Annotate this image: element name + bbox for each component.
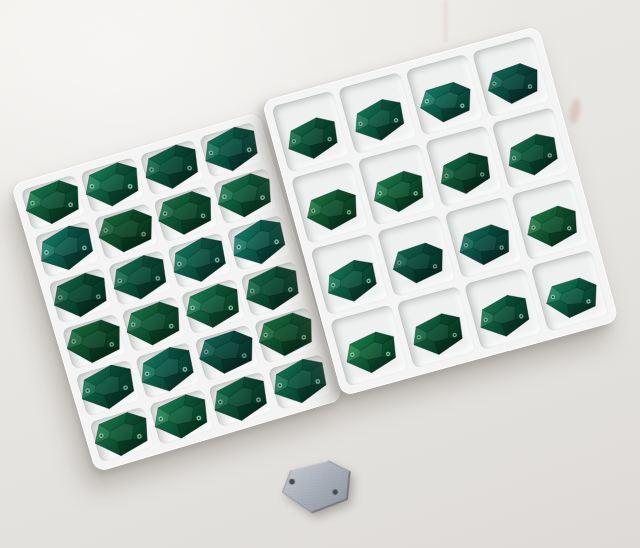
green-rhinestone bbox=[279, 108, 347, 171]
tray-cell bbox=[140, 139, 206, 195]
green-rhinestone bbox=[541, 271, 603, 326]
green-rhinestone bbox=[345, 89, 414, 153]
green-rhinestone bbox=[387, 236, 450, 292]
tray-cell bbox=[405, 54, 484, 136]
green-rhinestone bbox=[471, 285, 540, 349]
tray-cell bbox=[530, 250, 609, 332]
tray-cell bbox=[310, 233, 389, 315]
green-rhinestone bbox=[317, 250, 387, 315]
background-smudge bbox=[568, 97, 582, 124]
photo-background bbox=[0, 0, 640, 548]
green-rhinestone bbox=[338, 323, 405, 384]
tray-cell bbox=[291, 162, 370, 244]
tray-cell bbox=[444, 196, 523, 278]
tray-cell bbox=[358, 143, 437, 225]
tray-cell bbox=[377, 215, 456, 297]
tray-cell bbox=[397, 286, 476, 368]
tray-cell bbox=[271, 90, 350, 172]
silver-back-rhinestone bbox=[278, 455, 357, 519]
green-rhinestone bbox=[300, 181, 365, 240]
green-rhinestone bbox=[416, 75, 478, 130]
background-streak bbox=[444, 0, 447, 42]
tray-cell bbox=[491, 107, 570, 189]
tray-assembly bbox=[11, 29, 622, 472]
tray-cell bbox=[89, 406, 155, 462]
tray-cell bbox=[330, 304, 409, 386]
tray-cell bbox=[472, 35, 551, 117]
tray-cell bbox=[208, 371, 274, 427]
tray-cell bbox=[511, 178, 590, 260]
tray-cell bbox=[80, 157, 146, 213]
green-rhinestone bbox=[499, 124, 568, 188]
green-rhinestone bbox=[453, 217, 517, 275]
green-rhinestone bbox=[94, 205, 160, 258]
green-rhinestone bbox=[520, 197, 586, 257]
tray-cell bbox=[76, 360, 142, 416]
tray-cell bbox=[463, 268, 542, 350]
tray-cell bbox=[338, 72, 417, 154]
tray-cell bbox=[108, 250, 174, 306]
green-rhinestone bbox=[432, 143, 499, 205]
tray-cell bbox=[424, 125, 503, 207]
green-rhinestone bbox=[366, 162, 432, 223]
green-rhinestone bbox=[482, 56, 546, 113]
green-rhinestone bbox=[194, 326, 260, 379]
green-rhinestone bbox=[404, 304, 472, 367]
loose-rhinestone-face-down bbox=[278, 455, 357, 519]
tray-cell bbox=[268, 353, 334, 409]
